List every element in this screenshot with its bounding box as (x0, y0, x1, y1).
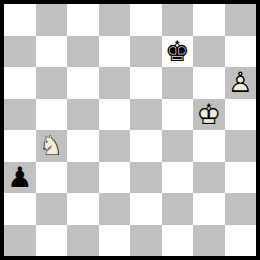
black-king-glyph: ♚ (162, 36, 194, 68)
square-d8[interactable] (99, 4, 131, 36)
square-h6[interactable]: ♟♙ (225, 67, 257, 99)
square-e2[interactable] (130, 193, 162, 225)
square-a2[interactable] (4, 193, 36, 225)
square-d4[interactable] (99, 130, 131, 162)
white-pawn-outline-glyph: ♙ (225, 67, 257, 99)
square-f8[interactable] (162, 4, 194, 36)
square-a7[interactable] (4, 36, 36, 68)
square-b1[interactable] (36, 225, 68, 257)
square-d3[interactable] (99, 162, 131, 194)
square-a8[interactable] (4, 4, 36, 36)
square-g2[interactable] (193, 193, 225, 225)
square-b5[interactable] (36, 99, 68, 131)
white-king-outline-glyph: ♔ (193, 99, 225, 131)
square-a4[interactable] (4, 130, 36, 162)
black-king-f7[interactable]: ♚ (162, 36, 194, 68)
square-h7[interactable] (225, 36, 257, 68)
white-knight-b4[interactable]: ♞♘ (36, 130, 68, 162)
square-c6[interactable] (67, 67, 99, 99)
board-grid: ♚♟♙♚♔♞♘♟ (4, 4, 256, 256)
black-pawn-a3[interactable]: ♟ (4, 162, 36, 194)
square-c4[interactable] (67, 130, 99, 162)
square-e1[interactable] (130, 225, 162, 257)
square-f5[interactable] (162, 99, 194, 131)
square-d6[interactable] (99, 67, 131, 99)
square-d1[interactable] (99, 225, 131, 257)
square-h4[interactable] (225, 130, 257, 162)
square-f7[interactable]: ♚ (162, 36, 194, 68)
square-g4[interactable] (193, 130, 225, 162)
square-h2[interactable] (225, 193, 257, 225)
white-knight-outline-glyph: ♘ (36, 130, 68, 162)
square-g1[interactable] (193, 225, 225, 257)
square-g5[interactable]: ♚♔ (193, 99, 225, 131)
square-h8[interactable] (225, 4, 257, 36)
square-a3[interactable]: ♟ (4, 162, 36, 194)
white-king-g5[interactable]: ♚♔ (193, 99, 225, 131)
square-a1[interactable] (4, 225, 36, 257)
white-pawn-h6[interactable]: ♟♙ (225, 67, 257, 99)
square-f4[interactable] (162, 130, 194, 162)
square-a5[interactable] (4, 99, 36, 131)
square-c7[interactable] (67, 36, 99, 68)
square-g3[interactable] (193, 162, 225, 194)
square-b7[interactable] (36, 36, 68, 68)
square-d5[interactable] (99, 99, 131, 131)
square-b8[interactable] (36, 4, 68, 36)
square-a6[interactable] (4, 67, 36, 99)
square-e4[interactable] (130, 130, 162, 162)
square-f2[interactable] (162, 193, 194, 225)
square-f1[interactable] (162, 225, 194, 257)
square-d7[interactable] (99, 36, 131, 68)
square-b2[interactable] (36, 193, 68, 225)
square-g7[interactable] (193, 36, 225, 68)
square-c3[interactable] (67, 162, 99, 194)
square-f3[interactable] (162, 162, 194, 194)
black-pawn-glyph: ♟ (4, 162, 36, 194)
square-g8[interactable] (193, 4, 225, 36)
square-e6[interactable] (130, 67, 162, 99)
square-e5[interactable] (130, 99, 162, 131)
square-h1[interactable] (225, 225, 257, 257)
square-c5[interactable] (67, 99, 99, 131)
square-c1[interactable] (67, 225, 99, 257)
square-b4[interactable]: ♞♘ (36, 130, 68, 162)
square-e7[interactable] (130, 36, 162, 68)
square-e8[interactable] (130, 4, 162, 36)
square-c2[interactable] (67, 193, 99, 225)
square-h3[interactable] (225, 162, 257, 194)
square-d2[interactable] (99, 193, 131, 225)
square-g6[interactable] (193, 67, 225, 99)
square-f6[interactable] (162, 67, 194, 99)
square-b3[interactable] (36, 162, 68, 194)
square-b6[interactable] (36, 67, 68, 99)
square-c8[interactable] (67, 4, 99, 36)
square-h5[interactable] (225, 99, 257, 131)
square-e3[interactable] (130, 162, 162, 194)
chess-board: ♚♟♙♚♔♞♘♟ (0, 0, 260, 260)
